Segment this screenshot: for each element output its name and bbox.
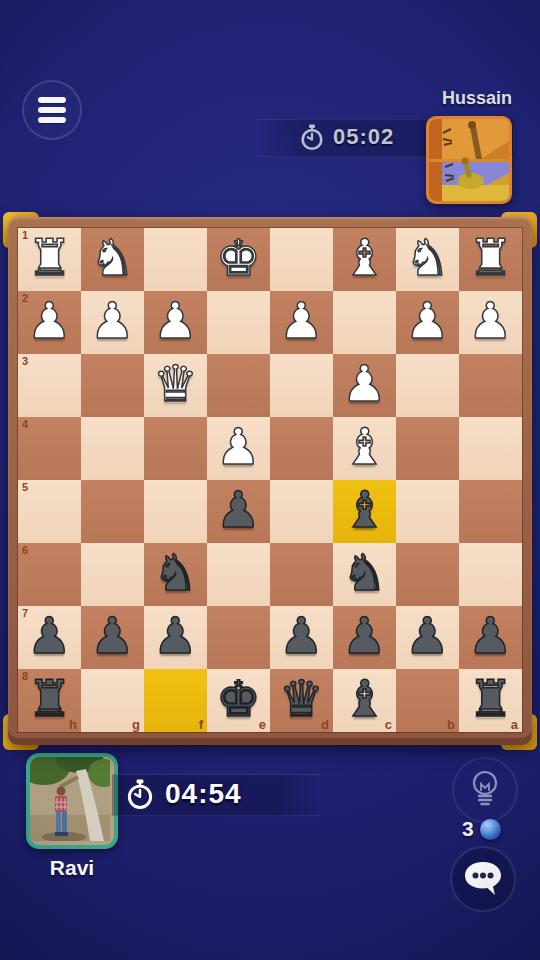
black-rook: ♜ xyxy=(468,674,513,724)
rank-label: 3 xyxy=(22,355,28,367)
hint-count: 3 xyxy=(462,817,501,841)
game-screen: { "game": "chess", "app": { "menu_icon":… xyxy=(0,0,540,960)
square-d8[interactable]: d♛ xyxy=(270,669,333,732)
white-king: ♚ xyxy=(216,233,261,283)
square-g5[interactable] xyxy=(81,480,144,543)
square-e6[interactable] xyxy=(207,543,270,606)
square-c3[interactable]: ♟ xyxy=(333,354,396,417)
board-frame: 1♜♞♚♝♞♜2♟♟♟♟♟♟3♛♟4♟♝5♟♝6♞♞7♟♟♟♟♟♟♟8h♜gfe… xyxy=(8,217,532,745)
black-pawn: ♟ xyxy=(405,611,450,661)
square-a8[interactable]: a♜ xyxy=(459,669,522,732)
square-g8[interactable]: g xyxy=(81,669,144,732)
opponent-clock: 05:02 xyxy=(333,124,394,150)
chat-button[interactable] xyxy=(450,846,516,912)
rank-label: 5 xyxy=(22,481,28,493)
square-a4[interactable] xyxy=(459,417,522,480)
black-knight: ♞ xyxy=(342,548,387,598)
square-h7[interactable]: 7♟ xyxy=(18,606,81,669)
square-f2[interactable]: ♟ xyxy=(144,291,207,354)
square-b5[interactable] xyxy=(396,480,459,543)
square-f3[interactable]: ♛ xyxy=(144,354,207,417)
square-h3[interactable]: 3 xyxy=(18,354,81,417)
black-pawn: ♟ xyxy=(216,485,261,535)
chess-board: 1♜♞♚♝♞♜2♟♟♟♟♟♟3♛♟4♟♝5♟♝6♞♞7♟♟♟♟♟♟♟8h♜gfe… xyxy=(8,217,532,745)
square-g2[interactable]: ♟ xyxy=(81,291,144,354)
square-a7[interactable]: ♟ xyxy=(459,606,522,669)
square-c2[interactable] xyxy=(333,291,396,354)
square-d5[interactable] xyxy=(270,480,333,543)
white-pawn: ♟ xyxy=(468,296,513,346)
square-e5[interactable]: ♟ xyxy=(207,480,270,543)
square-a5[interactable] xyxy=(459,480,522,543)
square-d4[interactable] xyxy=(270,417,333,480)
opponent-avatar-image xyxy=(429,119,509,201)
square-h1[interactable]: 1♜ xyxy=(18,228,81,291)
square-f1[interactable] xyxy=(144,228,207,291)
player-timer: 04:54 xyxy=(126,776,242,812)
square-h6[interactable]: 6 xyxy=(18,543,81,606)
square-f7[interactable]: ♟ xyxy=(144,606,207,669)
rank-label: 6 xyxy=(22,544,28,556)
square-a3[interactable] xyxy=(459,354,522,417)
black-knight: ♞ xyxy=(153,548,198,598)
white-pawn: ♟ xyxy=(216,422,261,472)
black-bishop: ♝ xyxy=(342,485,387,535)
square-g4[interactable] xyxy=(81,417,144,480)
black-rook: ♜ xyxy=(27,674,72,724)
white-pawn: ♟ xyxy=(279,296,324,346)
hint-count-number: 3 xyxy=(462,817,474,841)
lightbulb-icon xyxy=(468,769,502,811)
black-queen: ♛ xyxy=(279,674,324,724)
white-knight: ♞ xyxy=(90,233,135,283)
white-rook: ♜ xyxy=(468,233,513,283)
square-g6[interactable] xyxy=(81,543,144,606)
square-b1[interactable]: ♞ xyxy=(396,228,459,291)
square-e7[interactable] xyxy=(207,606,270,669)
white-pawn: ♟ xyxy=(90,296,135,346)
stopwatch-icon xyxy=(300,124,324,151)
square-c1[interactable]: ♝ xyxy=(333,228,396,291)
file-label: g xyxy=(132,717,140,732)
white-pawn: ♟ xyxy=(405,296,450,346)
square-e3[interactable] xyxy=(207,354,270,417)
opponent-timer: 05:02 xyxy=(300,120,394,154)
file-label: f xyxy=(199,717,203,732)
white-bishop: ♝ xyxy=(342,422,387,472)
square-b2[interactable]: ♟ xyxy=(396,291,459,354)
square-h8[interactable]: 8h♜ xyxy=(18,669,81,732)
black-pawn: ♟ xyxy=(27,611,72,661)
opponent-avatar[interactable] xyxy=(426,116,512,204)
square-d3[interactable] xyxy=(270,354,333,417)
square-d1[interactable] xyxy=(270,228,333,291)
square-e2[interactable] xyxy=(207,291,270,354)
file-label: b xyxy=(447,717,455,732)
black-pawn: ♟ xyxy=(153,611,198,661)
square-f8[interactable]: f xyxy=(144,669,207,732)
white-knight: ♞ xyxy=(405,233,450,283)
square-b7[interactable]: ♟ xyxy=(396,606,459,669)
stopwatch-icon xyxy=(126,779,154,810)
square-h4[interactable]: 4 xyxy=(18,417,81,480)
square-d7[interactable]: ♟ xyxy=(270,606,333,669)
square-d6[interactable] xyxy=(270,543,333,606)
board-grid: 1♜♞♚♝♞♜2♟♟♟♟♟♟3♛♟4♟♝5♟♝6♞♞7♟♟♟♟♟♟♟8h♜gfe… xyxy=(18,228,522,732)
white-pawn: ♟ xyxy=(342,359,387,409)
gem-orb-icon xyxy=(480,819,501,840)
rank-label: 4 xyxy=(22,418,28,430)
square-c7[interactable]: ♟ xyxy=(333,606,396,669)
square-b6[interactable] xyxy=(396,543,459,606)
black-bishop: ♝ xyxy=(342,674,387,724)
square-f4[interactable] xyxy=(144,417,207,480)
square-a6[interactable] xyxy=(459,543,522,606)
black-pawn: ♟ xyxy=(279,611,324,661)
square-f5[interactable] xyxy=(144,480,207,543)
square-c4[interactable]: ♝ xyxy=(333,417,396,480)
square-g7[interactable]: ♟ xyxy=(81,606,144,669)
player-avatar[interactable] xyxy=(26,753,118,849)
square-c8[interactable]: c♝ xyxy=(333,669,396,732)
square-d2[interactable]: ♟ xyxy=(270,291,333,354)
square-c6[interactable]: ♞ xyxy=(333,543,396,606)
white-pawn: ♟ xyxy=(153,296,198,346)
white-bishop: ♝ xyxy=(342,233,387,283)
player-avatar-image xyxy=(30,757,110,841)
square-g3[interactable] xyxy=(81,354,144,417)
white-queen: ♛ xyxy=(153,359,198,409)
square-e8[interactable]: e♚ xyxy=(207,669,270,732)
square-e4[interactable]: ♟ xyxy=(207,417,270,480)
square-b4[interactable] xyxy=(396,417,459,480)
square-b3[interactable] xyxy=(396,354,459,417)
square-g1[interactable]: ♞ xyxy=(81,228,144,291)
square-f6[interactable]: ♞ xyxy=(144,543,207,606)
player-name: Ravi xyxy=(26,856,118,880)
black-king: ♚ xyxy=(216,674,261,724)
hamburger-menu-icon xyxy=(38,97,66,103)
hint-button[interactable] xyxy=(452,757,518,823)
square-a2[interactable]: ♟ xyxy=(459,291,522,354)
square-e1[interactable]: ♚ xyxy=(207,228,270,291)
opponent-name: Hussain xyxy=(442,88,512,109)
black-pawn: ♟ xyxy=(90,611,135,661)
menu-button[interactable] xyxy=(22,80,82,140)
chat-bubble-icon xyxy=(463,861,503,897)
black-pawn: ♟ xyxy=(342,611,387,661)
player-clock: 04:54 xyxy=(165,778,242,810)
square-c5[interactable]: ♝ xyxy=(333,480,396,543)
square-a1[interactable]: ♜ xyxy=(459,228,522,291)
black-pawn: ♟ xyxy=(468,611,513,661)
square-h5[interactable]: 5 xyxy=(18,480,81,543)
white-pawn: ♟ xyxy=(27,296,72,346)
square-b8[interactable]: b xyxy=(396,669,459,732)
square-h2[interactable]: 2♟ xyxy=(18,291,81,354)
white-rook: ♜ xyxy=(27,233,72,283)
